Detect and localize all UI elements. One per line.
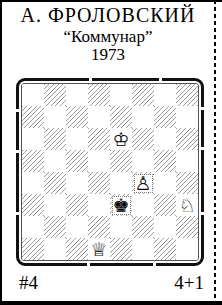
- square-e6[interactable]: ♔: [110, 128, 132, 150]
- material-count-label: 4+1: [174, 272, 204, 294]
- square-d3[interactable]: [88, 194, 110, 216]
- frame-notch: [200, 107, 204, 110]
- frame-notch: [89, 78, 92, 82]
- square-c4[interactable]: [66, 172, 88, 194]
- diagram-header: А. ФРОЛОВСКИЙ “Коммунар” 1973: [2, 4, 214, 64]
- composer-name: А. ФРОЛОВСКИЙ: [2, 4, 214, 26]
- square-h8[interactable]: [176, 84, 198, 106]
- stipulation-label: #4: [19, 272, 38, 294]
- square-g6[interactable]: [154, 128, 176, 150]
- square-g2[interactable]: [154, 216, 176, 238]
- square-b2[interactable]: [44, 216, 66, 238]
- square-g7[interactable]: [154, 106, 176, 128]
- square-b6[interactable]: [44, 128, 66, 150]
- square-h2[interactable]: [176, 216, 198, 238]
- square-d5[interactable]: [88, 150, 110, 172]
- square-h4[interactable]: [176, 172, 198, 194]
- chess-board: ♔♙♚♘♕: [16, 78, 204, 266]
- diagram-footer: #4 4+1: [19, 272, 204, 294]
- square-d2[interactable]: [88, 216, 110, 238]
- square-g1[interactable]: [154, 238, 176, 260]
- square-e8[interactable]: [110, 84, 132, 106]
- square-f1[interactable]: [132, 238, 154, 260]
- square-e3[interactable]: ♚: [110, 194, 132, 216]
- frame-notch: [153, 262, 156, 266]
- square-b3[interactable]: [44, 194, 66, 216]
- square-e5[interactable]: [110, 150, 132, 172]
- white-pawn: ♙: [134, 174, 153, 193]
- square-d7[interactable]: [88, 106, 110, 128]
- page-border-right-dashed: [214, 0, 216, 305]
- square-d8[interactable]: [88, 84, 110, 106]
- square-f4[interactable]: ♙: [132, 172, 154, 194]
- frame-notch: [87, 262, 90, 266]
- square-a3[interactable]: [22, 194, 44, 216]
- square-c7[interactable]: [66, 106, 88, 128]
- square-a7[interactable]: [22, 106, 44, 128]
- year: 1973: [2, 46, 214, 64]
- square-g4[interactable]: [154, 172, 176, 194]
- square-h3[interactable]: ♘: [176, 194, 198, 216]
- square-a5[interactable]: [22, 150, 44, 172]
- frame-notch: [159, 78, 162, 82]
- page-border-top: [0, 0, 222, 2]
- square-b5[interactable]: [44, 150, 66, 172]
- square-e1[interactable]: [110, 238, 132, 260]
- square-d4[interactable]: [88, 172, 110, 194]
- frame-notch: [16, 109, 20, 112]
- square-b7[interactable]: [44, 106, 66, 128]
- board-grid: ♔♙♚♘♕: [22, 84, 198, 260]
- square-f6[interactable]: [132, 128, 154, 150]
- square-h7[interactable]: [176, 106, 198, 128]
- square-g3[interactable]: [154, 194, 176, 216]
- square-f3[interactable]: [132, 194, 154, 216]
- square-c1[interactable]: [66, 238, 88, 260]
- chess-problem-diagram: А. ФРОЛОВСКИЙ “Коммунар” 1973 ♔♙♚♘♕ #4 4…: [0, 0, 222, 305]
- white-king: ♔: [112, 130, 130, 148]
- square-a8[interactable]: [22, 84, 44, 106]
- square-e7[interactable]: [110, 106, 132, 128]
- square-c3[interactable]: [66, 194, 88, 216]
- square-h6[interactable]: [176, 128, 198, 150]
- source-name: “Коммунар”: [2, 27, 214, 46]
- square-f2[interactable]: [132, 216, 154, 238]
- square-g8[interactable]: [154, 84, 176, 106]
- square-g5[interactable]: [154, 150, 176, 172]
- square-d1[interactable]: ♕: [88, 238, 110, 260]
- square-c8[interactable]: [66, 84, 88, 106]
- black-king: ♚: [112, 196, 131, 215]
- frame-notch: [16, 150, 20, 153]
- square-b4[interactable]: [44, 172, 66, 194]
- square-a6[interactable]: [22, 128, 44, 150]
- square-f8[interactable]: [132, 84, 154, 106]
- square-b1[interactable]: [44, 238, 66, 260]
- white-knight: ♘: [178, 196, 196, 214]
- square-e2[interactable]: [110, 216, 132, 238]
- square-a1[interactable]: [22, 238, 44, 260]
- square-b8[interactable]: [44, 84, 66, 106]
- square-d6[interactable]: [88, 128, 110, 150]
- square-a4[interactable]: [22, 172, 44, 194]
- board-inner-frame: ♔♙♚♘♕: [21, 83, 199, 261]
- frame-notch: [200, 147, 204, 150]
- square-e4[interactable]: [110, 172, 132, 194]
- square-c2[interactable]: [66, 216, 88, 238]
- page-border-bottom: [0, 301, 222, 305]
- square-f7[interactable]: [132, 106, 154, 128]
- square-a2[interactable]: [22, 216, 44, 238]
- square-c5[interactable]: [66, 150, 88, 172]
- frame-notch: [16, 212, 20, 215]
- square-c6[interactable]: [66, 128, 88, 150]
- square-h1[interactable]: [176, 238, 198, 260]
- frame-notch: [200, 212, 204, 215]
- square-h5[interactable]: [176, 150, 198, 172]
- white-queen: ♕: [90, 240, 108, 258]
- square-f5[interactable]: [132, 150, 154, 172]
